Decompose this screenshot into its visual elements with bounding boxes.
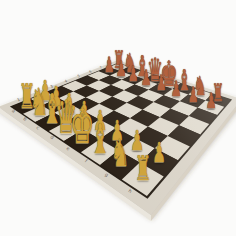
chess-scene: abcdefgh12345678 ♜♞♝♛♚♝♞♜♟♟♟♟♟♟♟♟♟♟♟♟♟♟♟… <box>0 0 236 236</box>
piece-black-pawn-e7[interactable]: ♟ <box>155 72 166 94</box>
piece-black-pawn-f7[interactable]: ♟ <box>171 78 182 100</box>
piece-white-rook-h1[interactable]: ♜ <box>135 151 152 185</box>
piece-white-bishop-f1[interactable]: ♝ <box>90 119 110 160</box>
piece-black-pawn-a7[interactable]: ♟ <box>104 54 115 76</box>
piece-white-pawn-h2[interactable]: ♟ <box>152 140 166 168</box>
piece-black-pawn-b7[interactable]: ♟ <box>115 58 126 80</box>
piece-black-pawn-d7[interactable]: ♟ <box>141 67 152 89</box>
pieces-layer: ♜♞♝♛♚♝♞♜♟♟♟♟♟♟♟♟♟♟♟♟♟♟♟♟♜♞♝♛♚♝♞♜ <box>0 0 236 236</box>
piece-black-pawn-c7[interactable]: ♟ <box>128 63 139 85</box>
piece-white-knight-g1[interactable]: ♞ <box>111 134 130 172</box>
piece-black-pawn-g7[interactable]: ♟ <box>187 84 198 106</box>
piece-black-pawn-h7[interactable]: ♟ <box>206 90 217 112</box>
